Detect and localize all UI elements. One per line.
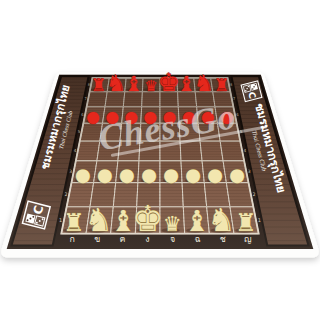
svg-text:♜: ♜ (91, 75, 107, 95)
product-photo: กขคงจฉชญ8877665544332211ชมรมหมากรุกไทยTh… (0, 0, 320, 320)
piece-cream-rook: ♜ (63, 208, 85, 237)
svg-text:♛: ♛ (163, 212, 181, 236)
piece-red-bia-pawn: ● (105, 108, 119, 126)
svg-text:●: ● (163, 108, 177, 126)
piece-cream-bia-pawn: ● (141, 164, 157, 185)
piece-cream-rook: ♜ (235, 208, 257, 237)
piece-cream-khon: ♝ (184, 204, 210, 238)
piece-red-bia-pawn: ● (220, 108, 234, 126)
svg-text:♜: ♜ (63, 208, 85, 237)
svg-text:●: ● (201, 108, 215, 126)
piece-red-bia-pawn: ● (86, 108, 100, 126)
rank-label: 2 (253, 192, 256, 197)
svg-text:●: ● (182, 108, 196, 126)
svg-text:●: ● (119, 164, 135, 185)
piece-cream-bia-pawn: ● (207, 164, 223, 185)
svg-text:●: ● (124, 108, 138, 126)
piece-cream-bia-pawn: ● (185, 164, 201, 185)
svg-text:●: ● (220, 108, 234, 126)
svg-text:♝: ♝ (184, 204, 210, 238)
piece-cream-knight: ♞ (207, 202, 235, 238)
piece-cream-met: ♛ (162, 212, 182, 236)
svg-text:●: ● (86, 108, 100, 126)
piece-red-bia-pawn: ● (124, 108, 138, 126)
svg-text:♛: ♛ (145, 77, 158, 94)
svg-text:●: ● (163, 164, 179, 185)
piece-red-bia-pawn: ● (162, 108, 176, 126)
svg-text:♞: ♞ (207, 202, 235, 238)
piece-red-knight: ♞ (194, 70, 214, 96)
svg-text:●: ● (229, 164, 245, 185)
rank-label: 3 (248, 169, 251, 174)
svg-text:♞: ♞ (84, 202, 112, 238)
rank-label: 4 (244, 148, 247, 153)
rank-label: 2 (65, 192, 68, 197)
svg-text:●: ● (75, 164, 91, 185)
chess-club-logo: C (22, 201, 50, 229)
piece-red-rook: ♜ (214, 75, 230, 95)
piece-cream-king: ♚ (132, 198, 164, 239)
svg-text:♞: ♞ (106, 70, 126, 96)
rank-label: 4 (74, 148, 77, 153)
piece-cream-knight: ♞ (84, 202, 112, 238)
piece-red-rook: ♜ (91, 75, 107, 95)
piece-red-khon: ♝ (124, 72, 143, 96)
piece-red-bia-pawn: ● (181, 108, 195, 126)
svg-text:♜: ♜ (235, 208, 257, 237)
piece-cream-bia-pawn: ● (229, 164, 245, 185)
piece-cream-bia-pawn: ● (74, 164, 90, 185)
rank-label: 5 (78, 129, 81, 134)
piece-cream-bia-pawn: ● (119, 164, 135, 185)
rank-label: 1 (59, 217, 62, 223)
svg-text:●: ● (97, 164, 113, 185)
svg-text:●: ● (105, 108, 119, 126)
piece-cream-bia-pawn: ● (97, 164, 113, 185)
svg-text:●: ● (144, 108, 158, 126)
makruk-board: กขคงจฉชญ8877665544332211ชมรมหมากรุกไทยTh… (0, 0, 320, 320)
piece-red-knight: ♞ (106, 70, 126, 96)
piece-cream-bia-pawn: ● (163, 164, 179, 185)
piece-red-met: ♛ (144, 77, 158, 94)
svg-text:●: ● (141, 164, 157, 185)
chess-club-logo: C (241, 81, 262, 102)
rank-label: 3 (69, 169, 72, 174)
rank-label: 5 (240, 129, 243, 134)
rank-label: 1 (258, 217, 261, 223)
svg-text:●: ● (207, 164, 223, 185)
svg-text:♜: ♜ (214, 75, 230, 95)
svg-text:♞: ♞ (194, 70, 214, 96)
svg-text:♝: ♝ (124, 72, 143, 96)
svg-text:♚: ♚ (132, 198, 164, 239)
piece-red-bia-pawn: ● (143, 108, 157, 126)
svg-text:●: ● (185, 164, 201, 185)
piece-red-bia-pawn: ● (201, 108, 215, 126)
